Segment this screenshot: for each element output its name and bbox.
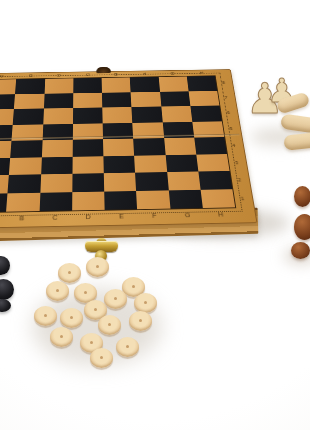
square-h4 xyxy=(194,137,227,154)
checker-disc xyxy=(134,293,157,313)
square-h2 xyxy=(198,171,232,189)
square-e3 xyxy=(103,155,135,173)
square-h6 xyxy=(190,106,222,122)
square-c3 xyxy=(41,156,73,174)
rank-label: 8 xyxy=(217,75,230,90)
square-c4 xyxy=(41,140,72,157)
square-b1 xyxy=(6,192,40,211)
square-e7 xyxy=(102,92,132,108)
file-label: B xyxy=(5,214,39,224)
board-perspective-wrap: ABCDEFGH ABCDEFGH 87654321 87654321 xyxy=(0,69,258,229)
square-g3 xyxy=(165,154,198,172)
square-e6 xyxy=(102,107,132,123)
rank-label: 1 xyxy=(235,189,250,208)
product-photo: ABCDEFGH ABCDEFGH 87654321 87654321 ♟♟ xyxy=(0,0,310,430)
square-b3 xyxy=(9,157,41,175)
checker-disc xyxy=(104,289,127,309)
checker-disc xyxy=(50,327,73,347)
file-label: C xyxy=(38,213,71,223)
file-label: B xyxy=(16,73,45,79)
checker-disc xyxy=(58,263,81,283)
checker-disc xyxy=(90,348,113,368)
checker-disc xyxy=(86,257,109,277)
square-f4 xyxy=(133,138,165,155)
file-label: G xyxy=(158,71,187,77)
folding-chessboard: ABCDEFGH ABCDEFGH 87654321 87654321 xyxy=(0,69,258,229)
square-d8 xyxy=(73,78,102,93)
file-label: F xyxy=(130,71,159,77)
square-d1 xyxy=(72,191,105,210)
square-f2 xyxy=(135,172,168,191)
rank-label: 4 xyxy=(227,137,241,154)
square-a8 xyxy=(0,79,16,94)
board-squares xyxy=(0,75,236,213)
square-g7 xyxy=(160,91,191,106)
square-b4 xyxy=(10,140,42,157)
square-e1 xyxy=(104,191,137,210)
checker-disc xyxy=(60,308,83,328)
dark-piece xyxy=(291,242,310,259)
square-g6 xyxy=(161,106,192,122)
square-g8 xyxy=(158,77,188,92)
square-d3 xyxy=(72,156,104,174)
square-c2 xyxy=(40,174,72,193)
square-f7 xyxy=(131,91,161,107)
square-c1 xyxy=(39,192,72,211)
square-g2 xyxy=(167,171,201,189)
square-e4 xyxy=(103,139,134,156)
square-f3 xyxy=(134,155,166,173)
file-label: C xyxy=(44,72,73,78)
rank-label: 7 xyxy=(220,90,233,105)
black-piece xyxy=(0,299,11,312)
lying-piece xyxy=(283,132,310,150)
checker-disc xyxy=(129,311,152,331)
square-c8 xyxy=(44,78,73,93)
square-g1 xyxy=(168,189,202,208)
square-h1 xyxy=(200,189,235,208)
square-b7 xyxy=(14,93,44,109)
square-d6 xyxy=(73,107,103,123)
file-label: A xyxy=(0,73,16,79)
square-h7 xyxy=(188,91,219,106)
black-piece xyxy=(0,256,10,275)
file-label: G xyxy=(171,211,205,221)
square-b6 xyxy=(13,108,44,124)
checker-disc xyxy=(34,306,57,326)
file-label: D xyxy=(72,212,105,222)
black-piece xyxy=(0,279,14,300)
square-f6 xyxy=(132,106,163,122)
wooden-knob xyxy=(96,67,111,74)
rank-label: 6 xyxy=(222,105,235,121)
rank-label: 2 xyxy=(232,171,246,189)
square-g4 xyxy=(164,138,196,155)
square-h8 xyxy=(187,76,218,91)
file-label: E xyxy=(105,212,139,222)
square-e8 xyxy=(102,77,131,92)
rank-label: 3 xyxy=(230,154,244,172)
square-c7 xyxy=(44,93,74,109)
square-d2 xyxy=(72,173,104,192)
square-d7 xyxy=(73,92,102,108)
square-f1 xyxy=(136,190,170,209)
square-e2 xyxy=(104,173,136,192)
checker-disc xyxy=(46,281,69,301)
checker-disc xyxy=(116,337,139,357)
square-a7 xyxy=(0,94,15,110)
file-label: H xyxy=(186,70,215,76)
square-c6 xyxy=(43,108,73,124)
file-label: F xyxy=(138,211,172,221)
dark-piece xyxy=(294,186,310,207)
square-a6 xyxy=(0,109,14,125)
square-h3 xyxy=(196,154,229,172)
file-label: H xyxy=(204,210,238,220)
rank-label: 5 xyxy=(224,121,237,137)
square-b8 xyxy=(15,79,45,94)
square-d4 xyxy=(72,139,103,156)
dark-piece xyxy=(294,214,310,240)
checker-disc xyxy=(98,315,121,335)
square-b2 xyxy=(8,174,41,193)
square-f8 xyxy=(130,77,160,92)
